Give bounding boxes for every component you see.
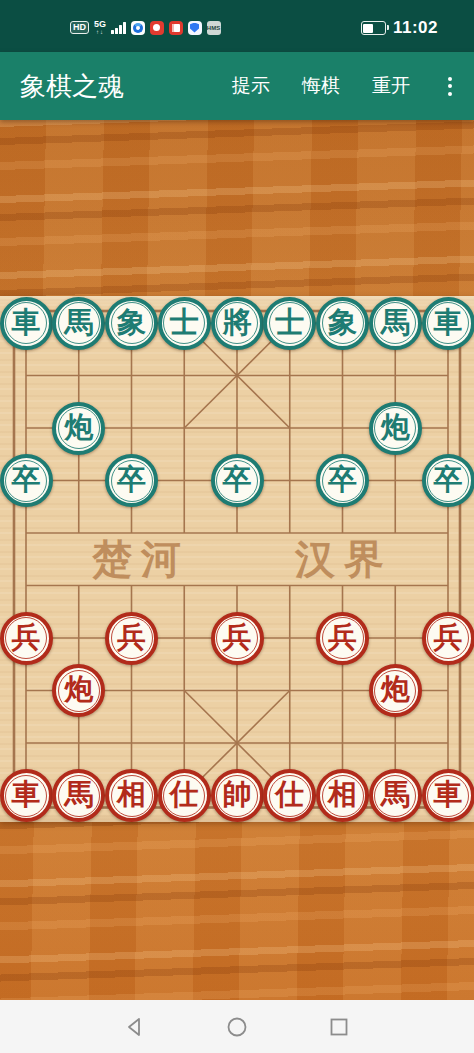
piece-red-elephant[interactable]: 相	[105, 769, 158, 822]
piece-red-cannon[interactable]: 炮	[52, 664, 105, 717]
book-app-icon	[169, 21, 183, 35]
battery-icon	[361, 21, 386, 35]
app-bar-actions: 提示 悔棋 重开	[230, 71, 460, 101]
piece-black-soldier[interactable]: 卒	[0, 454, 53, 507]
piece-black-soldier[interactable]: 卒	[422, 454, 474, 507]
piece-red-cannon[interactable]: 炮	[369, 664, 422, 717]
piece-black-advisor[interactable]: 士	[263, 297, 316, 350]
piece-black-cannon[interactable]: 炮	[52, 402, 105, 455]
piece-red-general[interactable]: 帥	[211, 769, 264, 822]
piece-red-soldier[interactable]: 兵	[105, 612, 158, 665]
status-icons: HD 5G ↑↓ HMS	[70, 20, 221, 35]
piece-black-chariot[interactable]: 車	[0, 297, 53, 350]
signal-bars-icon	[111, 22, 126, 34]
navigation-bar	[0, 1000, 474, 1053]
piece-black-elephant[interactable]: 象	[105, 297, 158, 350]
piece-red-soldier[interactable]: 兵	[422, 612, 474, 665]
piece-red-soldier[interactable]: 兵	[211, 612, 264, 665]
board[interactable]: 楚河 汉界 車馬象士將士象馬車炮炮卒卒卒卒卒兵兵兵兵兵炮炮車馬相仕帥仕相馬車	[0, 296, 474, 822]
piece-red-horse[interactable]: 馬	[52, 769, 105, 822]
piece-black-soldier[interactable]: 卒	[105, 454, 158, 507]
piece-black-soldier[interactable]: 卒	[211, 454, 264, 507]
red-app-icon	[150, 21, 164, 35]
piece-black-advisor[interactable]: 士	[158, 297, 211, 350]
clock: 11:02	[393, 18, 438, 38]
piece-red-chariot[interactable]: 車	[0, 769, 53, 822]
undo-move-button[interactable]: 悔棋	[300, 71, 342, 101]
kebab-menu-icon[interactable]	[440, 73, 460, 100]
piece-black-general[interactable]: 將	[211, 297, 264, 350]
app-bar: 象棋之魂 提示 悔棋 重开	[0, 52, 474, 120]
piece-red-chariot[interactable]: 車	[422, 769, 474, 822]
status-bar: HD 5G ↑↓ HMS 11:02	[0, 0, 474, 52]
hint-button[interactable]: 提示	[230, 71, 272, 101]
app-title: 象棋之魂	[20, 69, 124, 104]
piece-red-elephant[interactable]: 相	[316, 769, 369, 822]
hd-badge: HD	[70, 21, 89, 34]
piece-red-advisor[interactable]: 仕	[158, 769, 211, 822]
browser-app-icon	[131, 21, 145, 35]
piece-black-horse[interactable]: 馬	[52, 297, 105, 350]
piece-red-soldier[interactable]: 兵	[316, 612, 369, 665]
shield-app-icon	[188, 21, 202, 35]
piece-black-elephant[interactable]: 象	[316, 297, 369, 350]
river-label-left: 楚河	[92, 539, 190, 579]
piece-black-cannon[interactable]: 炮	[369, 402, 422, 455]
piece-red-horse[interactable]: 馬	[369, 769, 422, 822]
piece-black-soldier[interactable]: 卒	[316, 454, 369, 507]
home-icon[interactable]	[224, 1014, 250, 1040]
back-icon[interactable]	[122, 1014, 148, 1040]
hms-app-icon: HMS	[207, 21, 221, 35]
piece-red-advisor[interactable]: 仕	[263, 769, 316, 822]
battery-level	[363, 24, 372, 33]
network-5g: 5G ↑↓	[94, 20, 106, 35]
river-label-right: 汉界	[295, 539, 393, 579]
status-right: 11:02	[361, 18, 438, 38]
board-grid	[0, 296, 474, 822]
piece-black-horse[interactable]: 馬	[369, 297, 422, 350]
restart-button[interactable]: 重开	[370, 71, 412, 101]
piece-black-chariot[interactable]: 車	[422, 297, 474, 350]
recents-icon[interactable]	[326, 1014, 352, 1040]
piece-red-soldier[interactable]: 兵	[0, 612, 53, 665]
